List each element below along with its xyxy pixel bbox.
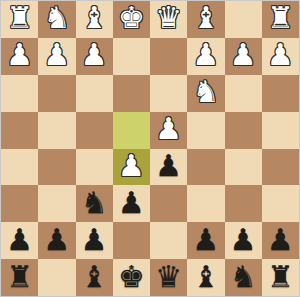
square-d7[interactable] — [150, 222, 187, 259]
square-a3[interactable] — [262, 75, 299, 112]
square-h8[interactable]: ♜ — [1, 259, 38, 296]
square-c7[interactable]: ♟ — [187, 222, 224, 259]
square-d8[interactable]: ♛ — [150, 259, 187, 296]
chess-board-container: ♜♞♝♚♛♝♜♟♟♟♟♟♟♞♟♟♟♞♟♟♟♟♟♟♟♜♝♚♛♝♞♜ — [0, 0, 300, 297]
square-b4[interactable] — [225, 112, 262, 149]
square-a2[interactable]: ♟ — [262, 38, 299, 75]
square-h4[interactable] — [1, 112, 38, 149]
square-e6[interactable]: ♟ — [113, 185, 150, 222]
square-c8[interactable]: ♝ — [187, 259, 224, 296]
square-h5[interactable] — [1, 149, 38, 186]
square-e1[interactable]: ♚ — [113, 1, 150, 38]
square-g1[interactable]: ♞ — [38, 1, 75, 38]
square-c6[interactable] — [187, 185, 224, 222]
square-h3[interactable] — [1, 75, 38, 112]
square-d5[interactable]: ♟ — [150, 149, 187, 186]
square-h1[interactable]: ♜ — [1, 1, 38, 38]
piece-black-bishop[interactable]: ♝ — [192, 262, 219, 292]
piece-black-pawn[interactable]: ♟ — [192, 225, 219, 255]
piece-black-pawn[interactable]: ♟ — [6, 225, 33, 255]
square-e4[interactable] — [113, 112, 150, 149]
piece-black-rook[interactable]: ♜ — [267, 262, 294, 292]
square-g3[interactable] — [38, 75, 75, 112]
square-d6[interactable] — [150, 185, 187, 222]
square-b5[interactable] — [225, 149, 262, 186]
piece-white-pawn[interactable]: ♟ — [267, 40, 294, 70]
square-d4[interactable]: ♟ — [150, 112, 187, 149]
square-b7[interactable]: ♟ — [225, 222, 262, 259]
square-c1[interactable]: ♝ — [187, 1, 224, 38]
square-a5[interactable] — [262, 149, 299, 186]
square-f6[interactable]: ♞ — [76, 185, 113, 222]
square-d2[interactable] — [150, 38, 187, 75]
square-a4[interactable] — [262, 112, 299, 149]
piece-white-bishop[interactable]: ♝ — [81, 3, 108, 33]
square-g5[interactable] — [38, 149, 75, 186]
square-b2[interactable]: ♟ — [225, 38, 262, 75]
piece-white-knight[interactable]: ♞ — [192, 77, 219, 107]
square-a8[interactable]: ♜ — [262, 259, 299, 296]
piece-white-pawn[interactable]: ♟ — [43, 40, 70, 70]
square-g4[interactable] — [38, 112, 75, 149]
piece-white-bishop[interactable]: ♝ — [192, 3, 219, 33]
square-d3[interactable] — [150, 75, 187, 112]
square-a6[interactable] — [262, 185, 299, 222]
square-e8[interactable]: ♚ — [113, 259, 150, 296]
square-h2[interactable]: ♟ — [1, 38, 38, 75]
piece-white-pawn[interactable]: ♟ — [81, 40, 108, 70]
piece-white-pawn[interactable]: ♟ — [192, 40, 219, 70]
piece-black-pawn[interactable]: ♟ — [155, 151, 182, 181]
piece-white-pawn[interactable]: ♟ — [6, 40, 33, 70]
piece-white-rook[interactable]: ♜ — [6, 3, 33, 33]
square-h6[interactable] — [1, 185, 38, 222]
square-b6[interactable] — [225, 185, 262, 222]
piece-black-knight[interactable]: ♞ — [81, 188, 108, 218]
square-e3[interactable] — [113, 75, 150, 112]
piece-white-pawn[interactable]: ♟ — [155, 114, 182, 144]
square-b1[interactable] — [225, 1, 262, 38]
piece-black-rook[interactable]: ♜ — [6, 262, 33, 292]
piece-black-king[interactable]: ♚ — [118, 262, 145, 292]
square-f8[interactable]: ♝ — [76, 259, 113, 296]
square-f1[interactable]: ♝ — [76, 1, 113, 38]
piece-black-pawn[interactable]: ♟ — [267, 225, 294, 255]
square-g2[interactable]: ♟ — [38, 38, 75, 75]
piece-white-pawn[interactable]: ♟ — [118, 151, 145, 181]
square-f2[interactable]: ♟ — [76, 38, 113, 75]
piece-black-pawn[interactable]: ♟ — [230, 225, 257, 255]
square-f3[interactable] — [76, 75, 113, 112]
square-d1[interactable]: ♛ — [150, 1, 187, 38]
piece-black-pawn[interactable]: ♟ — [43, 225, 70, 255]
piece-white-pawn[interactable]: ♟ — [230, 40, 257, 70]
piece-black-pawn[interactable]: ♟ — [118, 188, 145, 218]
piece-black-knight[interactable]: ♞ — [230, 262, 257, 292]
square-b8[interactable]: ♞ — [225, 259, 262, 296]
piece-white-king[interactable]: ♚ — [118, 3, 145, 33]
square-e5[interactable]: ♟ — [113, 149, 150, 186]
square-f5[interactable] — [76, 149, 113, 186]
square-g7[interactable]: ♟ — [38, 222, 75, 259]
square-f7[interactable]: ♟ — [76, 222, 113, 259]
piece-black-pawn[interactable]: ♟ — [81, 225, 108, 255]
square-c3[interactable]: ♞ — [187, 75, 224, 112]
piece-black-bishop[interactable]: ♝ — [81, 262, 108, 292]
piece-black-queen[interactable]: ♛ — [155, 262, 182, 292]
piece-white-rook[interactable]: ♜ — [267, 3, 294, 33]
square-f4[interactable] — [76, 112, 113, 149]
square-c5[interactable] — [187, 149, 224, 186]
square-g6[interactable] — [38, 185, 75, 222]
square-e7[interactable] — [113, 222, 150, 259]
square-h7[interactable]: ♟ — [1, 222, 38, 259]
piece-white-knight[interactable]: ♞ — [43, 3, 70, 33]
square-a7[interactable]: ♟ — [262, 222, 299, 259]
square-a1[interactable]: ♜ — [262, 1, 299, 38]
square-c4[interactable] — [187, 112, 224, 149]
chess-board: ♜♞♝♚♛♝♜♟♟♟♟♟♟♞♟♟♟♞♟♟♟♟♟♟♟♜♝♚♛♝♞♜ — [0, 0, 300, 297]
piece-white-queen[interactable]: ♛ — [155, 3, 182, 33]
square-b3[interactable] — [225, 75, 262, 112]
square-c2[interactable]: ♟ — [187, 38, 224, 75]
square-e2[interactable] — [113, 38, 150, 75]
square-g8[interactable] — [38, 259, 75, 296]
